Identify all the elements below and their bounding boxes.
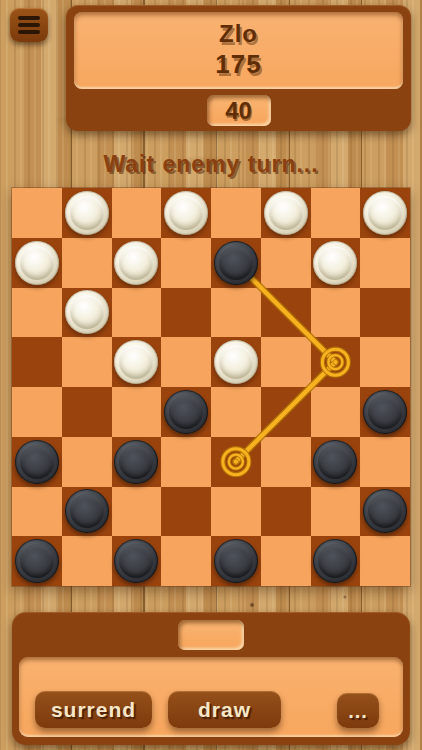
board-cell[interactable] <box>112 188 162 238</box>
board-cell[interactable] <box>261 387 311 437</box>
board-cell[interactable] <box>211 487 261 537</box>
board-cell[interactable] <box>211 387 261 437</box>
board-cell[interactable] <box>62 188 112 238</box>
board-cell[interactable] <box>112 536 162 586</box>
checkers-board[interactable] <box>12 188 410 586</box>
black-piece[interactable] <box>313 539 357 583</box>
board-cell[interactable] <box>161 536 211 586</box>
board-cell[interactable] <box>62 288 112 338</box>
black-piece[interactable] <box>15 539 59 583</box>
board-cell[interactable] <box>12 437 62 487</box>
white-piece[interactable] <box>363 191 407 235</box>
board-cell[interactable] <box>62 487 112 537</box>
board-cell[interactable] <box>211 437 261 487</box>
board-cell[interactable] <box>261 437 311 487</box>
board-cell[interactable] <box>211 536 261 586</box>
board-cell[interactable] <box>12 536 62 586</box>
board-cell[interactable] <box>211 238 261 288</box>
board-cell[interactable] <box>360 536 410 586</box>
board-cell[interactable] <box>211 188 261 238</box>
board-cell[interactable] <box>161 387 211 437</box>
white-piece[interactable] <box>164 191 208 235</box>
black-piece[interactable] <box>114 440 158 484</box>
white-piece[interactable] <box>114 241 158 285</box>
board-cell[interactable] <box>360 288 410 338</box>
board-cell[interactable] <box>12 288 62 338</box>
opponent-info: Zlo 175 <box>74 12 403 89</box>
board-cell[interactable] <box>261 536 311 586</box>
board-cell[interactable] <box>161 337 211 387</box>
board-cell[interactable] <box>311 487 361 537</box>
board-cell[interactable] <box>112 437 162 487</box>
board-cell[interactable] <box>360 188 410 238</box>
board-cell[interactable] <box>62 387 112 437</box>
game-screen: Zlo 175 40 Wait enemy turn... surrend dr… <box>0 0 422 750</box>
black-piece[interactable] <box>214 241 258 285</box>
black-piece[interactable] <box>15 440 59 484</box>
board-cell[interactable] <box>211 288 261 338</box>
board-cell[interactable] <box>161 188 211 238</box>
white-piece[interactable] <box>114 340 158 384</box>
black-piece[interactable] <box>313 440 357 484</box>
board-cell[interactable] <box>311 337 361 387</box>
board-cell[interactable] <box>360 387 410 437</box>
board-cell[interactable] <box>360 238 410 288</box>
white-piece[interactable] <box>65 290 109 334</box>
board-cell[interactable] <box>62 238 112 288</box>
white-piece[interactable] <box>15 241 59 285</box>
player-timer <box>178 620 244 650</box>
status-text: Wait enemy turn... <box>0 151 422 178</box>
menu-button[interactable] <box>10 8 48 42</box>
black-piece[interactable] <box>114 539 158 583</box>
opponent-timer: 40 <box>207 95 271 126</box>
black-piece[interactable] <box>65 489 109 533</box>
action-bar: surrend draw ... <box>19 657 403 737</box>
white-piece[interactable] <box>65 191 109 235</box>
board-cell[interactable] <box>311 536 361 586</box>
board-cell[interactable] <box>12 188 62 238</box>
board-cell[interactable] <box>311 387 361 437</box>
surrender-button[interactable]: surrend <box>35 691 152 728</box>
more-options-button[interactable]: ... <box>337 693 379 728</box>
white-piece[interactable] <box>313 241 357 285</box>
board-cell[interactable] <box>12 238 62 288</box>
opponent-panel: Zlo 175 40 <box>66 5 411 131</box>
board-cell[interactable] <box>62 536 112 586</box>
board-cell[interactable] <box>211 337 261 387</box>
hamburger-icon <box>18 16 40 20</box>
board-cell[interactable] <box>311 437 361 487</box>
board-cell[interactable] <box>311 238 361 288</box>
board-cell[interactable] <box>161 288 211 338</box>
opponent-name: Zlo <box>74 20 403 48</box>
board-cell[interactable] <box>12 487 62 537</box>
opponent-rating: 175 <box>74 49 403 80</box>
board-cell[interactable] <box>112 487 162 537</box>
black-piece[interactable] <box>363 390 407 434</box>
black-piece[interactable] <box>214 539 258 583</box>
board-cell[interactable] <box>311 288 361 338</box>
black-piece[interactable] <box>164 390 208 434</box>
board-cell[interactable] <box>360 337 410 387</box>
board-cell[interactable] <box>311 188 361 238</box>
board-cell[interactable] <box>261 288 311 338</box>
board-cell[interactable] <box>12 337 62 387</box>
board-cell[interactable] <box>12 387 62 437</box>
board-cell[interactable] <box>112 387 162 437</box>
board-cell[interactable] <box>112 238 162 288</box>
board-cell[interactable] <box>62 337 112 387</box>
white-piece[interactable] <box>264 191 308 235</box>
player-panel: surrend draw ... <box>12 612 410 745</box>
board-cell[interactable] <box>261 337 311 387</box>
board-cell[interactable] <box>62 437 112 487</box>
board-cell[interactable] <box>261 487 311 537</box>
board-cell[interactable] <box>261 188 311 238</box>
board-cell[interactable] <box>161 437 211 487</box>
board-cell[interactable] <box>161 238 211 288</box>
white-piece[interactable] <box>214 340 258 384</box>
board-cell[interactable] <box>360 487 410 537</box>
board-cell[interactable] <box>261 238 311 288</box>
board-cell[interactable] <box>112 337 162 387</box>
board-cell[interactable] <box>112 288 162 338</box>
black-piece[interactable] <box>363 489 407 533</box>
board-cell[interactable] <box>360 437 410 487</box>
hamburger-icon <box>18 30 40 34</box>
draw-button[interactable]: draw <box>168 691 281 728</box>
board-cell[interactable] <box>161 487 211 537</box>
hamburger-icon <box>18 23 40 27</box>
